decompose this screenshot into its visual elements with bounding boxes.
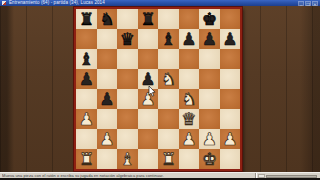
piece-white-pawn[interactable]: ♟ — [97, 129, 118, 149]
square-f4[interactable]: ♞ — [179, 89, 200, 109]
square-d7[interactable] — [138, 29, 159, 49]
square-h7[interactable]: ♟ — [220, 29, 241, 49]
piece-white-pawn[interactable]: ♟ — [76, 109, 97, 129]
square-b8[interactable]: ♞ — [97, 9, 118, 29]
square-a6[interactable]: ♝ — [76, 49, 97, 69]
square-g4[interactable] — [199, 89, 220, 109]
square-f3[interactable]: ♛ — [179, 109, 200, 129]
piece-black-bishop[interactable]: ♝ — [158, 29, 179, 49]
square-h3[interactable] — [220, 109, 241, 129]
square-f2[interactable]: ♟ — [179, 129, 200, 149]
square-e2[interactable] — [158, 129, 179, 149]
piece-black-pawn[interactable]: ♟ — [179, 29, 200, 49]
piece-black-rook[interactable]: ♜ — [138, 9, 159, 29]
square-h4[interactable] — [220, 89, 241, 109]
piece-black-pawn[interactable]: ♟ — [199, 29, 220, 49]
square-e6[interactable] — [158, 49, 179, 69]
square-a2[interactable] — [76, 129, 97, 149]
mouse-cursor-icon — [148, 86, 156, 97]
piece-white-pawn[interactable]: ♟ — [179, 129, 200, 149]
square-c4[interactable] — [117, 89, 138, 109]
square-c2[interactable] — [117, 129, 138, 149]
bottom-edge — [0, 178, 320, 180]
square-h8[interactable] — [220, 9, 241, 29]
square-a7[interactable] — [76, 29, 97, 49]
piece-black-pawn[interactable]: ♟ — [97, 89, 118, 109]
square-b4[interactable]: ♟ — [97, 89, 118, 109]
square-c6[interactable] — [117, 49, 138, 69]
piece-black-queen[interactable]: ♛ — [117, 29, 138, 49]
square-f6[interactable] — [179, 49, 200, 69]
square-h6[interactable] — [220, 49, 241, 69]
square-c5[interactable] — [117, 69, 138, 89]
square-g3[interactable] — [199, 109, 220, 129]
square-f5[interactable] — [179, 69, 200, 89]
square-e4[interactable] — [158, 89, 179, 109]
board-frame: ♜♞♜♚♛♝♟♟♟♝♟♟♞♟♟♞♟♛♟♟♟♟♜♝♜♚ — [74, 7, 242, 171]
square-c7[interactable]: ♛ — [117, 29, 138, 49]
square-b1[interactable] — [97, 149, 118, 169]
square-h1[interactable] — [220, 149, 241, 169]
square-h5[interactable] — [220, 69, 241, 89]
piece-black-bishop[interactable]: ♝ — [76, 49, 97, 69]
square-d3[interactable] — [138, 109, 159, 129]
piece-black-rook[interactable]: ♜ — [76, 9, 97, 29]
piece-white-knight[interactable]: ♞ — [179, 89, 200, 109]
piece-white-rook[interactable]: ♜ — [76, 149, 97, 169]
piece-black-pawn[interactable]: ♟ — [220, 29, 241, 49]
piece-white-king[interactable]: ♚ — [199, 149, 220, 169]
square-e7[interactable]: ♝ — [158, 29, 179, 49]
square-g2[interactable]: ♟ — [199, 129, 220, 149]
square-g5[interactable] — [199, 69, 220, 89]
close-button[interactable]: ✕ — [312, 1, 318, 6]
square-b5[interactable] — [97, 69, 118, 89]
square-a1[interactable]: ♜ — [76, 149, 97, 169]
square-d8[interactable]: ♜ — [138, 9, 159, 29]
square-a8[interactable]: ♜ — [76, 9, 97, 29]
square-c8[interactable] — [117, 9, 138, 29]
square-g8[interactable]: ♚ — [199, 9, 220, 29]
piece-white-pawn[interactable]: ♟ — [199, 129, 220, 149]
square-d6[interactable] — [138, 49, 159, 69]
square-b2[interactable]: ♟ — [97, 129, 118, 149]
square-a3[interactable]: ♟ — [76, 109, 97, 129]
maximize-button[interactable]: ❐ — [305, 1, 311, 6]
piece-white-rook[interactable]: ♜ — [158, 149, 179, 169]
square-g6[interactable] — [199, 49, 220, 69]
piece-white-bishop[interactable]: ♝ — [117, 149, 138, 169]
piece-black-king[interactable]: ♚ — [199, 9, 220, 29]
app-icon — [2, 1, 6, 5]
square-h2[interactable]: ♟ — [220, 129, 241, 149]
piece-white-pawn[interactable]: ♟ — [220, 129, 241, 149]
piece-black-pawn[interactable]: ♟ — [76, 69, 97, 89]
square-e3[interactable] — [158, 109, 179, 129]
square-f8[interactable] — [179, 9, 200, 29]
square-c1[interactable]: ♝ — [117, 149, 138, 169]
square-c3[interactable] — [117, 109, 138, 129]
chess-board[interactable]: ♜♞♜♚♛♝♟♟♟♝♟♟♞♟♟♞♟♛♟♟♟♟♜♝♜♚ — [76, 9, 240, 169]
square-b6[interactable] — [97, 49, 118, 69]
square-a4[interactable] — [76, 89, 97, 109]
piece-white-knight[interactable]: ♞ — [158, 69, 179, 89]
square-f1[interactable] — [179, 149, 200, 169]
square-g1[interactable]: ♚ — [199, 149, 220, 169]
piece-black-knight[interactable]: ♞ — [97, 9, 118, 29]
square-g7[interactable]: ♟ — [199, 29, 220, 49]
minimize-button[interactable]: – — [298, 1, 304, 6]
square-b7[interactable] — [97, 29, 118, 49]
square-d1[interactable] — [138, 149, 159, 169]
piece-white-queen[interactable]: ♛ — [179, 109, 200, 129]
square-b3[interactable] — [97, 109, 118, 129]
square-f7[interactable]: ♟ — [179, 29, 200, 49]
square-d2[interactable] — [138, 129, 159, 149]
square-e8[interactable] — [158, 9, 179, 29]
square-e1[interactable]: ♜ — [158, 149, 179, 169]
square-a5[interactable]: ♟ — [76, 69, 97, 89]
square-e5[interactable]: ♞ — [158, 69, 179, 89]
